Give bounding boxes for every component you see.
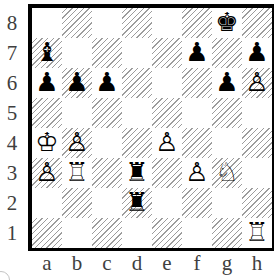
file-label-d: d [122,251,152,275]
square-b7 [62,38,92,68]
square-e6 [152,68,182,98]
square-a8 [32,8,62,38]
piece-white-rook: ♖ [65,158,88,187]
square-e5 [152,98,182,128]
piece-black-king: ♚ [215,8,238,37]
square-g4 [212,128,242,158]
square-c7 [92,38,122,68]
square-b8 [62,8,92,38]
piece-white-pawn: ♙ [185,158,208,187]
square-a4: ♔ [32,128,62,158]
square-c8 [92,8,122,38]
square-g6: ♟ [212,68,242,98]
chess-board: ♚♝♟♟♟♟♟♟♙♔♙♙♙♖♜♙♘♜♖ [28,4,274,251]
piece-black-pawn: ♟ [185,38,208,67]
square-b2 [62,188,92,218]
piece-white-rook: ♖ [245,218,268,247]
square-a7: ♝ [32,38,62,68]
square-f7: ♟ [182,38,212,68]
square-c5 [92,98,122,128]
square-a1 [32,218,62,248]
piece-black-rook: ♜ [125,188,148,217]
square-a2 [32,188,62,218]
piece-white-pawn: ♙ [245,68,268,97]
square-g1 [212,218,242,248]
square-g8: ♚ [212,8,242,38]
file-coordinates: a b c d e f g h [32,251,272,275]
square-f1 [182,218,212,248]
square-c3 [92,158,122,188]
piece-white-pawn: ♙ [35,158,58,187]
square-g2 [212,188,242,218]
piece-white-pawn: ♙ [155,128,178,157]
file-label-h: h [242,251,272,275]
square-d6 [122,68,152,98]
square-d4 [122,128,152,158]
square-g3: ♘ [212,158,242,188]
rank-label-7: 7 [0,38,24,68]
square-b5 [62,98,92,128]
file-label-a: a [32,251,62,275]
chess-diagram: 8 7 6 5 4 3 2 1 ♚♝♟♟♟♟♟♟♙♔♙♙♙♖♜♙♘♜♖ a b … [0,0,279,280]
square-d3: ♜ [122,158,152,188]
rank-label-8: 8 [0,8,24,38]
rank-label-4: 4 [0,128,24,158]
square-d8 [122,8,152,38]
square-e7 [152,38,182,68]
square-d1 [122,218,152,248]
file-label-b: b [62,251,92,275]
corner-artifact [0,271,10,280]
square-b4: ♙ [62,128,92,158]
square-c1 [92,218,122,248]
rank-label-6: 6 [0,68,24,98]
file-label-e: e [152,251,182,275]
file-label-c: c [92,251,122,275]
square-h6: ♙ [242,68,272,98]
square-c4 [92,128,122,158]
rank-label-5: 5 [0,98,24,128]
square-a6: ♟ [32,68,62,98]
square-e2 [152,188,182,218]
square-f8 [182,8,212,38]
file-label-f: f [182,251,212,275]
square-e1 [152,218,182,248]
piece-black-pawn: ♟ [215,68,238,97]
square-g7 [212,38,242,68]
square-h7: ♟ [242,38,272,68]
piece-black-pawn: ♟ [65,68,88,97]
square-f6 [182,68,212,98]
square-a5 [32,98,62,128]
rank-label-3: 3 [0,158,24,188]
piece-black-pawn: ♟ [95,68,118,97]
square-h8 [242,8,272,38]
square-h5 [242,98,272,128]
square-f4 [182,128,212,158]
square-f5 [182,98,212,128]
file-label-g: g [212,251,242,275]
piece-black-bishop: ♝ [35,38,58,67]
square-d5 [122,98,152,128]
piece-white-king: ♔ [35,128,58,157]
square-g5 [212,98,242,128]
square-f2 [182,188,212,218]
square-c2 [92,188,122,218]
square-h4 [242,128,272,158]
square-e3 [152,158,182,188]
rank-label-1: 1 [0,218,24,248]
square-a3: ♙ [32,158,62,188]
square-b1 [62,218,92,248]
piece-black-rook: ♜ [125,158,148,187]
piece-black-pawn: ♟ [35,68,58,97]
square-d7 [122,38,152,68]
square-h1: ♖ [242,218,272,248]
piece-black-pawn: ♟ [245,38,268,67]
square-f3: ♙ [182,158,212,188]
rank-coordinates: 8 7 6 5 4 3 2 1 [0,8,24,248]
square-e8 [152,8,182,38]
square-h2 [242,188,272,218]
square-b6: ♟ [62,68,92,98]
square-h3 [242,158,272,188]
square-b3: ♖ [62,158,92,188]
square-e4: ♙ [152,128,182,158]
piece-white-pawn: ♙ [65,128,88,157]
square-c6: ♟ [92,68,122,98]
piece-white-knight: ♘ [215,158,238,187]
rank-label-2: 2 [0,188,24,218]
square-d2: ♜ [122,188,152,218]
